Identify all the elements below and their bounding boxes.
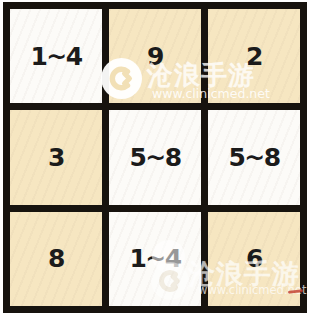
- cell-r3c1[interactable]: 8: [10, 212, 102, 306]
- faint-brand-logo-icon: [151, 262, 189, 300]
- cell-r2c1[interactable]: 3: [10, 110, 102, 204]
- watermark-url-top: www.clinicmed.net: [152, 86, 270, 101]
- cell-r1c1[interactable]: 1~4: [10, 9, 102, 103]
- cell-r2c3[interactable]: 5~8: [208, 110, 300, 204]
- brand-logo-icon: [101, 58, 142, 99]
- puzzle-screenshot: 1~49235~85~881~46 沧浪手游 www.clinicmed.net…: [0, 0, 309, 319]
- cell-r2c2[interactable]: 5~8: [109, 110, 201, 204]
